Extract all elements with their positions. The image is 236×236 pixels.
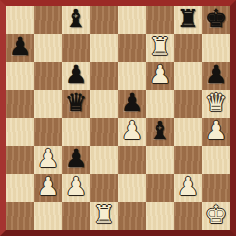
square-f1[interactable] xyxy=(146,202,174,230)
piece-black-queen[interactable]: ♛ xyxy=(65,89,87,117)
square-g4[interactable] xyxy=(174,118,202,146)
square-d3[interactable] xyxy=(90,146,118,174)
square-g3[interactable] xyxy=(174,146,202,174)
piece-black-king[interactable]: ♚ xyxy=(205,5,227,33)
square-a4[interactable] xyxy=(6,118,34,146)
square-e1[interactable] xyxy=(118,202,146,230)
square-d4[interactable] xyxy=(90,118,118,146)
square-g8[interactable]: ♜ xyxy=(174,6,202,34)
square-e2[interactable] xyxy=(118,174,146,202)
piece-white-pawn[interactable]: ♟ xyxy=(205,117,227,145)
square-d7[interactable] xyxy=(90,34,118,62)
square-c3[interactable]: ♟ xyxy=(62,146,90,174)
piece-black-pawn[interactable]: ♟ xyxy=(65,145,87,173)
square-c6[interactable]: ♟ xyxy=(62,62,90,90)
square-c4[interactable] xyxy=(62,118,90,146)
square-h5[interactable]: ♛ xyxy=(202,90,230,118)
piece-black-rook[interactable]: ♜ xyxy=(177,5,199,33)
square-a2[interactable] xyxy=(6,174,34,202)
square-h2[interactable] xyxy=(202,174,230,202)
piece-white-rook[interactable]: ♜ xyxy=(149,33,171,61)
square-b4[interactable] xyxy=(34,118,62,146)
square-h8[interactable]: ♚ xyxy=(202,6,230,34)
square-c2[interactable]: ♟ xyxy=(62,174,90,202)
square-a8[interactable] xyxy=(6,6,34,34)
piece-black-bishop[interactable]: ♝ xyxy=(149,117,171,145)
square-a5[interactable] xyxy=(6,90,34,118)
piece-white-pawn[interactable]: ♟ xyxy=(65,173,87,201)
piece-black-pawn[interactable]: ♟ xyxy=(205,61,227,89)
square-f8[interactable] xyxy=(146,6,174,34)
square-a1[interactable] xyxy=(6,202,34,230)
square-b1[interactable] xyxy=(34,202,62,230)
piece-white-pawn[interactable]: ♟ xyxy=(177,173,199,201)
square-b2[interactable]: ♟ xyxy=(34,174,62,202)
square-h7[interactable] xyxy=(202,34,230,62)
square-b5[interactable] xyxy=(34,90,62,118)
square-d1[interactable]: ♜ xyxy=(90,202,118,230)
piece-white-rook[interactable]: ♜ xyxy=(93,201,115,229)
square-f4[interactable]: ♝ xyxy=(146,118,174,146)
square-d5[interactable] xyxy=(90,90,118,118)
piece-white-queen[interactable]: ♛ xyxy=(205,89,227,117)
board-frame: ♝♜♚♟♜♟♟♟♛♟♛♟♝♟♟♟♟♟♟♜♚ xyxy=(0,0,236,236)
piece-white-pawn[interactable]: ♟ xyxy=(121,117,143,145)
square-d8[interactable] xyxy=(90,6,118,34)
square-g5[interactable] xyxy=(174,90,202,118)
square-c7[interactable] xyxy=(62,34,90,62)
square-f5[interactable] xyxy=(146,90,174,118)
square-f2[interactable] xyxy=(146,174,174,202)
square-b8[interactable] xyxy=(34,6,62,34)
square-b6[interactable] xyxy=(34,62,62,90)
square-c1[interactable] xyxy=(62,202,90,230)
square-g1[interactable] xyxy=(174,202,202,230)
piece-black-pawn[interactable]: ♟ xyxy=(9,33,31,61)
square-g6[interactable] xyxy=(174,62,202,90)
piece-white-king[interactable]: ♚ xyxy=(205,201,227,229)
square-a7[interactable]: ♟ xyxy=(6,34,34,62)
piece-black-bishop[interactable]: ♝ xyxy=(65,5,87,33)
square-h1[interactable]: ♚ xyxy=(202,202,230,230)
square-e8[interactable] xyxy=(118,6,146,34)
piece-white-pawn[interactable]: ♟ xyxy=(37,173,59,201)
piece-black-pawn[interactable]: ♟ xyxy=(121,89,143,117)
piece-white-pawn[interactable]: ♟ xyxy=(149,61,171,89)
square-h3[interactable] xyxy=(202,146,230,174)
square-d2[interactable] xyxy=(90,174,118,202)
square-a6[interactable] xyxy=(6,62,34,90)
square-b3[interactable]: ♟ xyxy=(34,146,62,174)
square-e6[interactable] xyxy=(118,62,146,90)
piece-black-pawn[interactable]: ♟ xyxy=(65,61,87,89)
square-e7[interactable] xyxy=(118,34,146,62)
chess-board: ♝♜♚♟♜♟♟♟♛♟♛♟♝♟♟♟♟♟♟♜♚ xyxy=(6,6,230,230)
square-a3[interactable] xyxy=(6,146,34,174)
square-d6[interactable] xyxy=(90,62,118,90)
square-h6[interactable]: ♟ xyxy=(202,62,230,90)
piece-white-pawn[interactable]: ♟ xyxy=(37,145,59,173)
square-e5[interactable]: ♟ xyxy=(118,90,146,118)
square-c8[interactable]: ♝ xyxy=(62,6,90,34)
square-f7[interactable]: ♜ xyxy=(146,34,174,62)
square-g7[interactable] xyxy=(174,34,202,62)
square-h4[interactable]: ♟ xyxy=(202,118,230,146)
square-b7[interactable] xyxy=(34,34,62,62)
square-f6[interactable]: ♟ xyxy=(146,62,174,90)
square-f3[interactable] xyxy=(146,146,174,174)
square-g2[interactable]: ♟ xyxy=(174,174,202,202)
square-c5[interactable]: ♛ xyxy=(62,90,90,118)
square-e4[interactable]: ♟ xyxy=(118,118,146,146)
square-e3[interactable] xyxy=(118,146,146,174)
